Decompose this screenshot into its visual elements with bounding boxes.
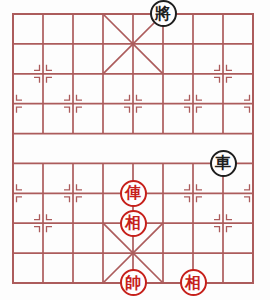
piece-red-elephant-2[interactable]: 相: [180, 269, 207, 296]
piece-red-chariot[interactable]: 俥: [120, 180, 147, 207]
pieces-layer: 將車俥相帥相: [0, 0, 268, 298]
xiangqi-board-canvas: 將車俥相帥相: [0, 0, 270, 300]
piece-black-chariot[interactable]: 車: [210, 150, 237, 177]
piece-black-general[interactable]: 將: [150, 0, 177, 27]
piece-red-elephant-1[interactable]: 相: [120, 210, 147, 237]
piece-red-general[interactable]: 帥: [120, 269, 147, 296]
